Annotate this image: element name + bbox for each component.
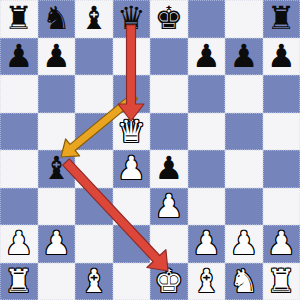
piece-black-pawn[interactable]: ♟: [150, 150, 188, 188]
square-c7[interactable]: [75, 38, 113, 76]
piece-black-pawn[interactable]: ♟: [263, 38, 301, 76]
square-b8[interactable]: ♞: [38, 0, 76, 38]
piece-black-rook[interactable]: ♜: [0, 0, 38, 38]
square-b6[interactable]: [38, 75, 76, 113]
square-c2[interactable]: [75, 225, 113, 263]
piece-black-queen[interactable]: ♛: [113, 0, 151, 38]
square-b2[interactable]: ♟: [38, 225, 76, 263]
piece-white-rook[interactable]: ♜: [0, 263, 38, 300]
square-a3[interactable]: [0, 188, 38, 226]
square-e3[interactable]: ♟: [150, 188, 188, 226]
square-h6[interactable]: [263, 75, 301, 113]
square-h8[interactable]: ♜: [263, 0, 301, 38]
piece-white-pawn[interactable]: ♟: [150, 188, 188, 226]
piece-black-bishop[interactable]: ♝: [38, 150, 76, 188]
square-h5[interactable]: [263, 113, 301, 151]
square-a4[interactable]: [0, 150, 38, 188]
square-h7[interactable]: ♟: [263, 38, 301, 76]
square-e4[interactable]: ♟: [150, 150, 188, 188]
piece-black-king[interactable]: ♚: [150, 0, 188, 38]
piece-white-bishop[interactable]: ♝: [188, 263, 226, 300]
square-g5[interactable]: [225, 113, 263, 151]
square-e1[interactable]: ♚: [150, 263, 188, 300]
square-b3[interactable]: [38, 188, 76, 226]
square-g3[interactable]: [225, 188, 263, 226]
piece-black-pawn[interactable]: ♟: [0, 38, 38, 76]
square-f5[interactable]: [188, 113, 226, 151]
piece-white-rook[interactable]: ♜: [263, 263, 301, 300]
square-f8[interactable]: [188, 0, 226, 38]
piece-white-queen[interactable]: ♛: [113, 113, 151, 151]
square-c5[interactable]: [75, 113, 113, 151]
piece-white-pawn[interactable]: ♟: [113, 150, 151, 188]
square-f3[interactable]: [188, 188, 226, 226]
square-c8[interactable]: ♝: [75, 0, 113, 38]
square-d8[interactable]: ♛: [113, 0, 151, 38]
square-g6[interactable]: [225, 75, 263, 113]
chess-board-wrap: ♜♞♝♛♚♜♟♟♟♟♟♛♝♟♟♟♟♟♟♟♟♜♝♚♝♞♜: [0, 0, 300, 300]
piece-black-pawn[interactable]: ♟: [38, 38, 76, 76]
square-g2[interactable]: ♟: [225, 225, 263, 263]
square-d7[interactable]: [113, 38, 151, 76]
square-e2[interactable]: [150, 225, 188, 263]
square-c1[interactable]: ♝: [75, 263, 113, 300]
square-e7[interactable]: [150, 38, 188, 76]
square-c4[interactable]: [75, 150, 113, 188]
square-d4[interactable]: ♟: [113, 150, 151, 188]
square-c6[interactable]: [75, 75, 113, 113]
square-b4[interactable]: ♝: [38, 150, 76, 188]
square-a7[interactable]: ♟: [0, 38, 38, 76]
piece-white-king[interactable]: ♚: [150, 263, 188, 300]
square-f6[interactable]: [188, 75, 226, 113]
square-a2[interactable]: ♟: [0, 225, 38, 263]
square-d1[interactable]: [113, 263, 151, 300]
square-h1[interactable]: ♜: [263, 263, 301, 300]
square-g7[interactable]: ♟: [225, 38, 263, 76]
piece-white-knight[interactable]: ♞: [225, 263, 263, 300]
square-f7[interactable]: ♟: [188, 38, 226, 76]
square-g4[interactable]: [225, 150, 263, 188]
square-b7[interactable]: ♟: [38, 38, 76, 76]
square-a8[interactable]: ♜: [0, 0, 38, 38]
square-f1[interactable]: ♝: [188, 263, 226, 300]
square-e5[interactable]: [150, 113, 188, 151]
square-h4[interactable]: [263, 150, 301, 188]
square-f2[interactable]: ♟: [188, 225, 226, 263]
square-b5[interactable]: [38, 113, 76, 151]
piece-black-pawn[interactable]: ♟: [188, 38, 226, 76]
piece-black-rook[interactable]: ♜: [263, 0, 301, 38]
chess-board: ♜♞♝♛♚♜♟♟♟♟♟♛♝♟♟♟♟♟♟♟♟♜♝♚♝♞♜: [0, 0, 300, 300]
square-a6[interactable]: [0, 75, 38, 113]
square-e8[interactable]: ♚: [150, 0, 188, 38]
piece-white-pawn[interactable]: ♟: [188, 225, 226, 263]
square-d3[interactable]: [113, 188, 151, 226]
square-h2[interactable]: ♟: [263, 225, 301, 263]
square-e6[interactable]: [150, 75, 188, 113]
square-d6[interactable]: [113, 75, 151, 113]
square-a1[interactable]: ♜: [0, 263, 38, 300]
square-a5[interactable]: [0, 113, 38, 151]
piece-black-pawn[interactable]: ♟: [225, 38, 263, 76]
piece-black-bishop[interactable]: ♝: [75, 0, 113, 38]
square-f4[interactable]: [188, 150, 226, 188]
piece-black-knight[interactable]: ♞: [38, 0, 76, 38]
square-d5[interactable]: ♛: [113, 113, 151, 151]
piece-white-pawn[interactable]: ♟: [38, 225, 76, 263]
square-c3[interactable]: [75, 188, 113, 226]
square-g8[interactable]: [225, 0, 263, 38]
piece-white-pawn[interactable]: ♟: [263, 225, 301, 263]
square-d2[interactable]: [113, 225, 151, 263]
square-g1[interactable]: ♞: [225, 263, 263, 300]
piece-white-pawn[interactable]: ♟: [0, 225, 38, 263]
square-b1[interactable]: [38, 263, 76, 300]
square-h3[interactable]: [263, 188, 301, 226]
piece-white-bishop[interactable]: ♝: [75, 263, 113, 300]
piece-white-pawn[interactable]: ♟: [225, 225, 263, 263]
